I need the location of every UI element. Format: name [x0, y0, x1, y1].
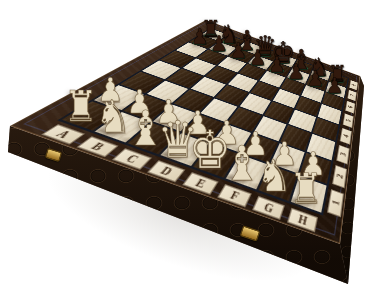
piece-white-rook-h1: ♜	[289, 168, 322, 210]
pieces-layer: ♜♞♝♛♚♝♞♜♟♟♟♟♟♟♟♟♟♟♟♟♟♟♟♟♜♞♝♛♚♝♞♜	[0, 0, 386, 289]
chess-set-photo: ABCDEFGH 12345678 ♜♞♝♛♚♝♞♜♟♟♟♟♟♟♟♟♟♟♟♟♟♟…	[0, 0, 386, 289]
piece-black-pawn-h7: ♟	[326, 75, 343, 97]
